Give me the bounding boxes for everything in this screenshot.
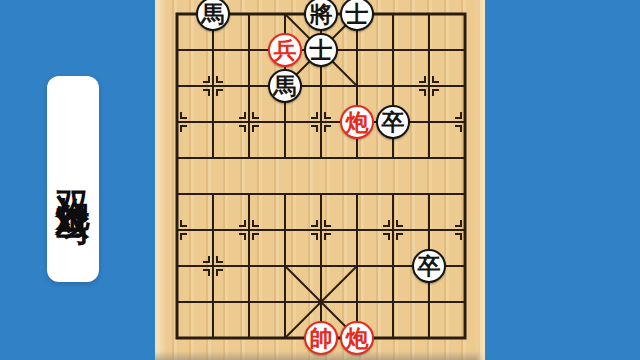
pieces-layer: 馬將士兵士馬炮卒卒帥炮 [155, 0, 485, 360]
piece-black-horse[interactable]: 馬 [196, 0, 230, 31]
piece-black-soldier[interactable]: 卒 [412, 249, 446, 283]
piece-black-general[interactable]: 將 [304, 0, 338, 31]
title-banner: 双炮对双马 [47, 76, 99, 282]
piece-red-general[interactable]: 帥 [304, 321, 338, 355]
xiangqi-board: 馬將士兵士馬炮卒卒帥炮 [155, 0, 485, 360]
board-bottom-edge [155, 351, 485, 360]
piece-black-horse[interactable]: 馬 [268, 69, 302, 103]
piece-red-cannon[interactable]: 炮 [340, 105, 374, 139]
piece-black-advisor[interactable]: 士 [340, 0, 374, 31]
piece-red-soldier[interactable]: 兵 [268, 33, 302, 67]
piece-red-cannon[interactable]: 炮 [340, 321, 374, 355]
banner-text: 双炮对双马 [56, 164, 90, 194]
piece-black-soldier[interactable]: 卒 [376, 105, 410, 139]
piece-black-advisor[interactable]: 士 [304, 33, 338, 67]
